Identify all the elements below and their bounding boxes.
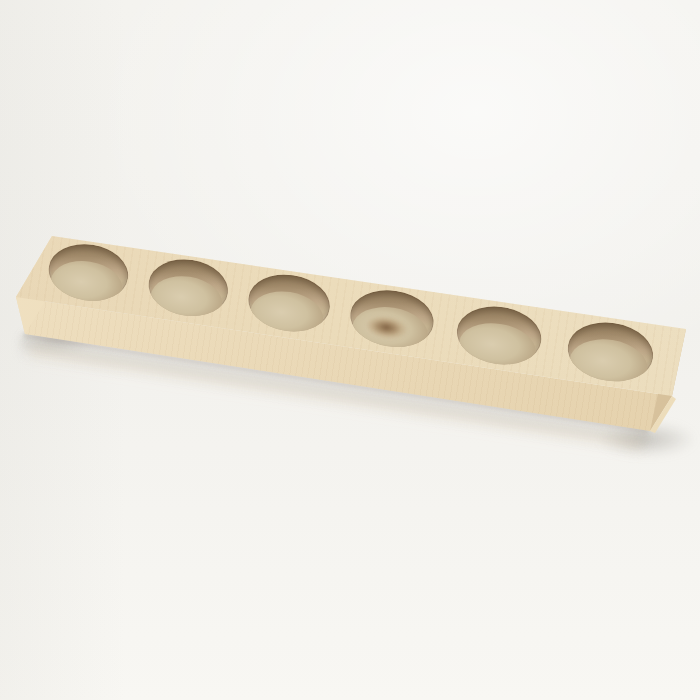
pit-1[interactable] (45, 239, 133, 306)
pit-4[interactable] (346, 285, 437, 353)
pit-6[interactable] (564, 317, 658, 387)
pit-2[interactable] (144, 254, 232, 321)
product-photo-scene (0, 0, 700, 700)
pit-3[interactable] (244, 269, 333, 337)
pit-5[interactable] (453, 300, 546, 369)
wood-knot-mark (365, 313, 412, 343)
